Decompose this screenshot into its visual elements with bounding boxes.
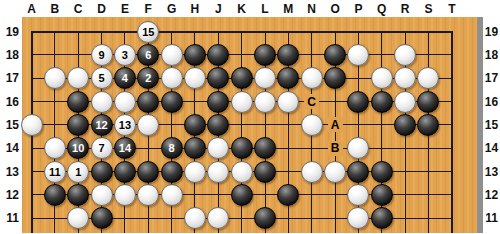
stone-black-G16[interactable] <box>161 91 183 113</box>
stone-white-D17[interactable]: 5 <box>91 67 113 89</box>
column-label: O <box>325 1 345 17</box>
move-number: 7 <box>98 142 104 154</box>
move-number: 11 <box>49 166 61 178</box>
stone-white-B17[interactable] <box>44 67 66 89</box>
stone-black-J16[interactable] <box>207 91 229 113</box>
stone-white-N15[interactable] <box>301 114 323 136</box>
move-number: 12 <box>95 119 107 131</box>
row-label-right: 12 <box>483 187 500 203</box>
move-number: 9 <box>98 49 104 61</box>
stone-white-F15[interactable] <box>137 114 159 136</box>
stone-black-D11[interactable] <box>91 207 113 229</box>
column-label: J <box>208 1 228 17</box>
move-number: 2 <box>145 72 151 84</box>
stone-black-H18[interactable] <box>184 44 206 66</box>
stone-white-G12[interactable] <box>161 184 183 206</box>
row-label-left: 17 <box>0 70 19 86</box>
stone-black-D15[interactable]: 12 <box>91 114 113 136</box>
stone-white-B14[interactable] <box>44 137 66 159</box>
column-label: P <box>348 1 368 17</box>
stone-white-Q17[interactable] <box>371 67 393 89</box>
stone-white-H17[interactable] <box>184 67 206 89</box>
column-label: K <box>232 1 252 17</box>
grid-line-vertical <box>451 31 453 234</box>
stone-black-Q12[interactable] <box>371 184 393 206</box>
stone-black-C16[interactable] <box>67 91 89 113</box>
stone-white-D12[interactable] <box>91 184 113 206</box>
stone-white-E16[interactable] <box>114 91 136 113</box>
stone-white-K16[interactable] <box>231 91 253 113</box>
stone-black-Q13[interactable] <box>371 161 393 183</box>
row-label-left: 14 <box>0 140 19 156</box>
row-label-right: 13 <box>483 164 500 180</box>
stone-black-S16[interactable] <box>417 91 439 113</box>
column-label: G <box>162 1 182 17</box>
column-label: F <box>138 1 158 17</box>
stone-white-D18[interactable]: 9 <box>91 44 113 66</box>
column-label: S <box>418 1 438 17</box>
row-label-left: 19 <box>0 24 19 40</box>
stone-white-R18[interactable] <box>394 44 416 66</box>
move-number: 4 <box>122 72 128 84</box>
column-label: Q <box>372 1 392 17</box>
row-label-left: 18 <box>0 47 19 63</box>
stone-white-G18[interactable] <box>161 44 183 66</box>
stone-white-N13[interactable] <box>301 161 323 183</box>
go-diagram: ABCDEFGHJKLMNOPQRST191918181717161615151… <box>0 0 500 233</box>
stone-black-P13[interactable] <box>347 161 369 183</box>
stone-black-C15[interactable] <box>67 114 89 136</box>
stone-white-D16[interactable] <box>91 91 113 113</box>
stone-black-J18[interactable] <box>207 44 229 66</box>
stone-white-E18[interactable]: 3 <box>114 44 136 66</box>
move-number: 6 <box>145 49 151 61</box>
stone-white-G17[interactable] <box>161 67 183 89</box>
move-number: 14 <box>119 142 131 154</box>
move-number: 3 <box>122 49 128 61</box>
stone-black-B12[interactable] <box>44 184 66 206</box>
grid-line-horizontal <box>31 31 453 33</box>
stone-white-E12[interactable] <box>114 184 136 206</box>
move-number: 8 <box>169 142 175 154</box>
stone-black-K17[interactable] <box>231 67 253 89</box>
stone-black-F16[interactable] <box>137 91 159 113</box>
column-label: C <box>68 1 88 17</box>
row-label-left: 13 <box>0 164 19 180</box>
row-label-right: 11 <box>483 210 500 226</box>
point-label-A[interactable]: A <box>328 117 343 132</box>
move-number: 5 <box>98 72 104 84</box>
stone-black-D13[interactable] <box>91 161 113 183</box>
stone-white-R16[interactable] <box>394 91 416 113</box>
stone-black-L18[interactable] <box>254 44 276 66</box>
row-label-right: 17 <box>483 70 500 86</box>
stone-white-B13[interactable]: 11 <box>44 161 66 183</box>
stone-white-F19[interactable]: 15 <box>137 21 159 43</box>
stone-white-N17[interactable] <box>301 67 323 89</box>
stone-white-A15[interactable] <box>21 114 43 136</box>
stone-black-E13[interactable] <box>114 161 136 183</box>
stone-black-P16[interactable] <box>347 91 369 113</box>
column-label: B <box>45 1 65 17</box>
row-label-left: 11 <box>0 210 19 226</box>
stone-black-E14[interactable]: 14 <box>114 137 136 159</box>
stone-black-E17[interactable]: 4 <box>114 67 136 89</box>
stone-black-G14[interactable]: 8 <box>161 137 183 159</box>
stone-white-H13[interactable] <box>184 161 206 183</box>
stone-black-R15[interactable] <box>394 114 416 136</box>
stone-white-O13[interactable] <box>324 161 346 183</box>
stone-black-L13[interactable] <box>254 161 276 183</box>
stone-white-J13[interactable] <box>207 161 229 183</box>
stone-black-O18[interactable] <box>324 44 346 66</box>
point-label-C[interactable]: C <box>304 94 319 109</box>
stone-black-K12[interactable] <box>231 184 253 206</box>
column-label: L <box>255 1 275 17</box>
stone-black-K14[interactable] <box>231 137 253 159</box>
stone-white-D14[interactable]: 7 <box>91 137 113 159</box>
stone-black-H15[interactable] <box>184 114 206 136</box>
point-label-B[interactable]: B <box>328 141 343 156</box>
stone-black-Q16[interactable] <box>371 91 393 113</box>
move-number: 13 <box>119 119 131 131</box>
column-label: D <box>92 1 112 17</box>
stone-black-C12[interactable] <box>67 184 89 206</box>
stone-black-G13[interactable] <box>161 161 183 183</box>
column-label: M <box>278 1 298 17</box>
stone-black-Q11[interactable] <box>371 207 393 229</box>
row-label-left: 15 <box>0 117 19 133</box>
move-number: 1 <box>75 166 81 178</box>
stone-black-F13[interactable] <box>137 161 159 183</box>
stone-white-K13[interactable] <box>231 161 253 183</box>
move-number: 10 <box>72 142 84 154</box>
row-label-right: 16 <box>483 94 500 110</box>
column-label: A <box>22 1 42 17</box>
stone-white-M16[interactable] <box>277 91 299 113</box>
row-label-right: 19 <box>483 24 500 40</box>
stone-white-C13[interactable]: 1 <box>67 161 89 183</box>
column-label: H <box>185 1 205 17</box>
move-number: 15 <box>142 26 154 38</box>
column-label: E <box>115 1 135 17</box>
stone-white-E15[interactable]: 13 <box>114 114 136 136</box>
stone-white-L16[interactable] <box>254 91 276 113</box>
column-label: T <box>442 1 462 17</box>
row-label-left: 16 <box>0 94 19 110</box>
row-label-left: 12 <box>0 187 19 203</box>
row-label-right: 14 <box>483 140 500 156</box>
column-label: N <box>302 1 322 17</box>
row-label-right: 18 <box>483 47 500 63</box>
column-label: R <box>395 1 415 17</box>
stone-black-F18[interactable]: 6 <box>137 44 159 66</box>
row-label-right: 15 <box>483 117 500 133</box>
